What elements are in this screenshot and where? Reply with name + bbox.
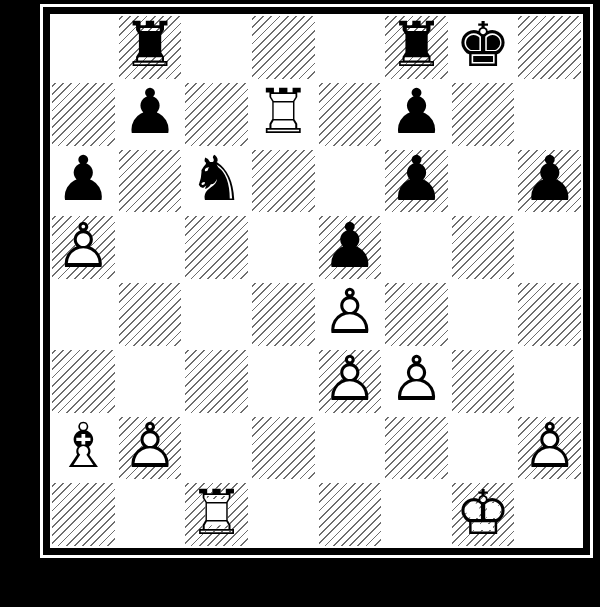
square-e4[interactable]: ♟♙ bbox=[317, 281, 384, 348]
square-e8[interactable] bbox=[317, 14, 384, 81]
board-border: ♜♜♚♟♜♖♟♟♞♟♟♟♙♟♟♙♟♙♟♙♝♗♟♙♟♙♜♖♚♔ bbox=[43, 7, 590, 555]
square-d7[interactable]: ♜♖ bbox=[250, 81, 317, 148]
square-c4[interactable] bbox=[183, 281, 250, 348]
white-pawn[interactable]: ♙ bbox=[56, 215, 112, 277]
square-b4[interactable] bbox=[117, 281, 184, 348]
square-f1[interactable] bbox=[383, 481, 450, 548]
white-rook[interactable]: ♖ bbox=[189, 482, 245, 544]
square-f6[interactable]: ♟ bbox=[383, 148, 450, 215]
square-d6[interactable] bbox=[250, 148, 317, 215]
square-d2[interactable] bbox=[250, 415, 317, 482]
square-e7[interactable] bbox=[317, 81, 384, 148]
square-h1[interactable] bbox=[516, 481, 583, 548]
white-pawn-backing: ♟ bbox=[322, 348, 378, 410]
square-h4[interactable] bbox=[516, 281, 583, 348]
square-b8[interactable]: ♜ bbox=[117, 14, 184, 81]
square-g5[interactable] bbox=[450, 214, 517, 281]
white-pawn[interactable]: ♙ bbox=[389, 348, 445, 410]
page-background: ♜♜♚♟♜♖♟♟♞♟♟♟♙♟♟♙♟♙♟♙♝♗♟♙♟♙♜♖♚♔ bbox=[0, 0, 600, 607]
square-c6[interactable]: ♞ bbox=[183, 148, 250, 215]
black-king[interactable]: ♚ bbox=[455, 15, 511, 77]
black-pawn[interactable]: ♟ bbox=[389, 81, 445, 143]
board-frame: ♜♜♚♟♜♖♟♟♞♟♟♟♙♟♟♙♟♙♟♙♝♗♟♙♟♙♜♖♚♔ bbox=[40, 4, 593, 558]
square-a2[interactable]: ♝♗ bbox=[50, 415, 117, 482]
square-f5[interactable] bbox=[383, 214, 450, 281]
square-a1[interactable] bbox=[50, 481, 117, 548]
square-b1[interactable] bbox=[117, 481, 184, 548]
square-a5[interactable]: ♟♙ bbox=[50, 214, 117, 281]
square-e2[interactable] bbox=[317, 415, 384, 482]
square-h5[interactable] bbox=[516, 214, 583, 281]
black-pawn[interactable]: ♟ bbox=[522, 148, 578, 210]
white-pawn[interactable]: ♙ bbox=[522, 415, 578, 477]
square-d3[interactable] bbox=[250, 348, 317, 415]
square-f3[interactable]: ♟♙ bbox=[383, 348, 450, 415]
square-g3[interactable] bbox=[450, 348, 517, 415]
square-g2[interactable] bbox=[450, 415, 517, 482]
black-pawn[interactable]: ♟ bbox=[389, 148, 445, 210]
square-c8[interactable] bbox=[183, 14, 250, 81]
square-d5[interactable] bbox=[250, 214, 317, 281]
white-king-backing: ♚ bbox=[455, 482, 511, 544]
square-c3[interactable] bbox=[183, 348, 250, 415]
white-rook-backing: ♜ bbox=[255, 81, 311, 143]
square-c1[interactable]: ♜♖ bbox=[183, 481, 250, 548]
white-pawn-backing: ♟ bbox=[389, 348, 445, 410]
white-pawn[interactable]: ♙ bbox=[322, 282, 378, 344]
black-rook[interactable]: ♜ bbox=[389, 15, 445, 77]
square-a4[interactable] bbox=[50, 281, 117, 348]
square-e1[interactable] bbox=[317, 481, 384, 548]
square-e6[interactable] bbox=[317, 148, 384, 215]
square-c2[interactable] bbox=[183, 415, 250, 482]
square-h7[interactable] bbox=[516, 81, 583, 148]
square-b3[interactable] bbox=[117, 348, 184, 415]
white-pawn-backing: ♟ bbox=[122, 415, 178, 477]
black-rook[interactable]: ♜ bbox=[122, 15, 178, 77]
square-a6[interactable]: ♟ bbox=[50, 148, 117, 215]
square-c7[interactable] bbox=[183, 81, 250, 148]
square-h8[interactable] bbox=[516, 14, 583, 81]
square-g4[interactable] bbox=[450, 281, 517, 348]
square-f7[interactable]: ♟ bbox=[383, 81, 450, 148]
chessboard: ♜♜♚♟♜♖♟♟♞♟♟♟♙♟♟♙♟♙♟♙♝♗♟♙♟♙♜♖♚♔ bbox=[50, 14, 583, 548]
black-pawn[interactable]: ♟ bbox=[56, 148, 112, 210]
square-h2[interactable]: ♟♙ bbox=[516, 415, 583, 482]
white-pawn[interactable]: ♙ bbox=[122, 415, 178, 477]
white-pawn-backing: ♟ bbox=[522, 415, 578, 477]
white-rook[interactable]: ♖ bbox=[255, 81, 311, 143]
square-f8[interactable]: ♜ bbox=[383, 14, 450, 81]
square-g7[interactable] bbox=[450, 81, 517, 148]
white-bishop[interactable]: ♗ bbox=[56, 415, 112, 477]
white-king[interactable]: ♔ bbox=[455, 482, 511, 544]
black-pawn[interactable]: ♟ bbox=[322, 215, 378, 277]
square-g6[interactable] bbox=[450, 148, 517, 215]
white-rook-backing: ♜ bbox=[189, 482, 245, 544]
square-a7[interactable] bbox=[50, 81, 117, 148]
square-h3[interactable] bbox=[516, 348, 583, 415]
square-h6[interactable]: ♟ bbox=[516, 148, 583, 215]
square-a3[interactable] bbox=[50, 348, 117, 415]
square-b6[interactable] bbox=[117, 148, 184, 215]
white-pawn[interactable]: ♙ bbox=[322, 348, 378, 410]
square-b7[interactable]: ♟ bbox=[117, 81, 184, 148]
square-e5[interactable]: ♟ bbox=[317, 214, 384, 281]
square-f2[interactable] bbox=[383, 415, 450, 482]
square-f4[interactable] bbox=[383, 281, 450, 348]
square-b5[interactable] bbox=[117, 214, 184, 281]
white-pawn-backing: ♟ bbox=[322, 282, 378, 344]
square-d8[interactable] bbox=[250, 14, 317, 81]
square-c5[interactable] bbox=[183, 214, 250, 281]
white-pawn-backing: ♟ bbox=[56, 215, 112, 277]
square-g1[interactable]: ♚♔ bbox=[450, 481, 517, 548]
white-bishop-backing: ♝ bbox=[56, 415, 112, 477]
black-knight[interactable]: ♞ bbox=[189, 148, 245, 210]
square-d1[interactable] bbox=[250, 481, 317, 548]
black-pawn[interactable]: ♟ bbox=[122, 81, 178, 143]
square-e3[interactable]: ♟♙ bbox=[317, 348, 384, 415]
square-a8[interactable] bbox=[50, 14, 117, 81]
square-b2[interactable]: ♟♙ bbox=[117, 415, 184, 482]
square-g8[interactable]: ♚ bbox=[450, 14, 517, 81]
square-d4[interactable] bbox=[250, 281, 317, 348]
